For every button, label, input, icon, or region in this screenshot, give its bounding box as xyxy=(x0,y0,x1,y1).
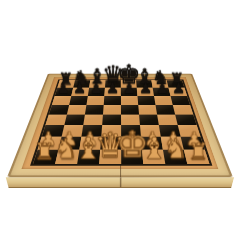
square-e1[interactable]: ♚ xyxy=(121,150,143,164)
white-rook[interactable]: ♜ xyxy=(188,140,209,163)
black-pawn[interactable]: ♟ xyxy=(156,81,169,96)
square-b6[interactable] xyxy=(69,96,88,105)
square-b5[interactable] xyxy=(67,105,87,115)
box-front-face xyxy=(6,177,235,188)
square-c6[interactable] xyxy=(86,96,104,105)
white-knight[interactable]: ♞ xyxy=(164,136,188,163)
chess-set-photo: ♜ ♞ ♝ ♛ ♚ ♝ ♞ ♜ ♟ ♟ ♟ ♟ ♟ ♟ ♟ ♟ xyxy=(0,0,240,240)
square-f6[interactable] xyxy=(137,96,155,105)
square-f1[interactable]: ♝ xyxy=(142,150,165,164)
square-h7[interactable]: ♟ xyxy=(169,88,188,96)
white-rook[interactable]: ♜ xyxy=(34,140,55,163)
chess-board-box: ♜ ♞ ♝ ♛ ♚ ♝ ♞ ♜ ♟ ♟ ♟ ♟ ♟ ♟ ♟ ♟ xyxy=(7,74,233,177)
square-e7[interactable]: ♟ xyxy=(121,88,138,96)
black-pawn[interactable]: ♟ xyxy=(139,81,152,96)
square-h1[interactable]: ♜ xyxy=(184,150,210,164)
square-g7[interactable]: ♟ xyxy=(153,88,171,96)
square-c5[interactable] xyxy=(85,105,104,115)
black-pawn[interactable]: ♟ xyxy=(172,81,185,96)
box-front-fold-seam xyxy=(120,177,121,187)
square-e6[interactable] xyxy=(121,96,138,105)
black-pawn[interactable]: ♟ xyxy=(106,81,119,96)
square-h6[interactable] xyxy=(171,96,190,105)
square-a6[interactable] xyxy=(52,96,71,105)
black-pawn[interactable]: ♟ xyxy=(73,81,86,96)
square-f5[interactable] xyxy=(138,105,157,115)
square-b7[interactable]: ♟ xyxy=(71,88,89,96)
square-f7[interactable]: ♟ xyxy=(137,88,154,96)
square-c7[interactable]: ♟ xyxy=(88,88,105,96)
square-h5[interactable] xyxy=(173,105,193,115)
black-pawn[interactable]: ♟ xyxy=(123,81,136,96)
square-d7[interactable]: ♟ xyxy=(104,88,121,96)
black-pawn[interactable]: ♟ xyxy=(57,81,70,96)
square-d5[interactable] xyxy=(103,105,121,115)
square-d6[interactable] xyxy=(104,96,121,105)
square-e5[interactable] xyxy=(121,105,139,115)
black-pawn[interactable]: ♟ xyxy=(90,81,103,96)
square-a5[interactable] xyxy=(49,105,69,115)
square-c4[interactable] xyxy=(83,115,103,126)
chess-board: ♜ ♞ ♝ ♛ ♚ ♝ ♞ ♜ ♟ ♟ ♟ ♟ ♟ ♟ ♟ ♟ xyxy=(30,80,212,166)
square-b4[interactable] xyxy=(64,115,85,126)
square-h4[interactable] xyxy=(175,115,197,126)
square-g1[interactable]: ♞ xyxy=(163,150,187,164)
